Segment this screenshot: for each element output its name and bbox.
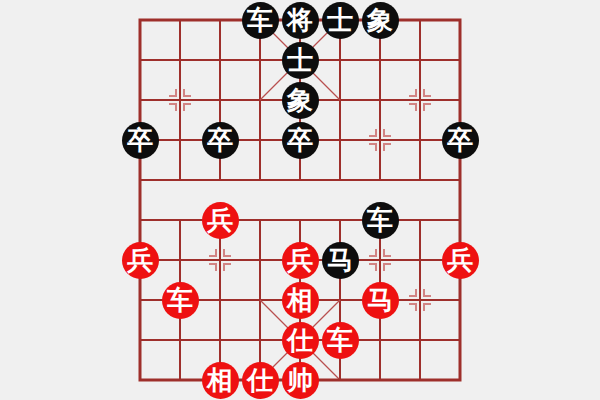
piece-red-pawn[interactable]: 兵: [202, 202, 239, 239]
piece-red-pawn[interactable]: 兵: [442, 242, 479, 279]
piece-red-general[interactable]: 帅: [282, 362, 319, 399]
piece-red-elephant[interactable]: 相: [282, 282, 319, 319]
piece-red-horse[interactable]: 马: [362, 282, 399, 319]
piece-black-chariot[interactable]: 车: [242, 2, 279, 39]
app-background: 车将士象士象卒卒卒卒车马兵兵兵兵车相马仕车相仕帅: [0, 0, 600, 400]
piece-black-pawn[interactable]: 卒: [442, 122, 479, 159]
piece-black-horse[interactable]: 马: [322, 242, 359, 279]
piece-black-advisor[interactable]: 士: [282, 42, 319, 79]
piece-red-pawn[interactable]: 兵: [122, 242, 159, 279]
piece-black-general[interactable]: 将: [282, 2, 319, 39]
board-points: 车将士象士象卒卒卒卒车马兵兵兵兵车相马仕车相仕帅: [120, 0, 480, 400]
piece-black-advisor[interactable]: 士: [322, 2, 359, 39]
piece-red-elephant[interactable]: 相: [202, 362, 239, 399]
xiangqi-board: 车将士象士象卒卒卒卒车马兵兵兵兵车相马仕车相仕帅: [120, 0, 480, 400]
piece-red-advisor[interactable]: 仕: [242, 362, 279, 399]
piece-black-elephant[interactable]: 象: [282, 82, 319, 119]
piece-black-pawn[interactable]: 卒: [202, 122, 239, 159]
piece-black-pawn[interactable]: 卒: [122, 122, 159, 159]
piece-red-pawn[interactable]: 兵: [282, 242, 319, 279]
piece-red-advisor[interactable]: 仕: [282, 322, 319, 359]
piece-red-chariot[interactable]: 车: [322, 322, 359, 359]
piece-black-pawn[interactable]: 卒: [282, 122, 319, 159]
piece-black-elephant[interactable]: 象: [362, 2, 399, 39]
piece-red-chariot[interactable]: 车: [162, 282, 199, 319]
piece-black-chariot[interactable]: 车: [362, 202, 399, 239]
